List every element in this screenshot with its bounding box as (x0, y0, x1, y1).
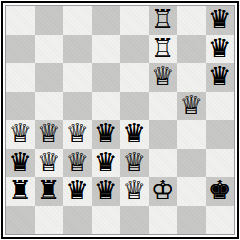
square-e3[interactable]: ♕ (120, 149, 149, 178)
chessboard-window: ♖♛♖♛♕♛♕♕♕♕♛♛♛♕♕♛♕♜♜♛♛♕♔♚ (0, 0, 240, 240)
square-b2[interactable]: ♜ (35, 177, 64, 206)
square-f4[interactable] (149, 120, 178, 149)
white-queen[interactable]: ♕ (66, 120, 89, 146)
white-king[interactable]: ♔ (151, 177, 174, 203)
black-rook[interactable]: ♜ (37, 177, 60, 203)
square-c2[interactable]: ♛ (63, 177, 92, 206)
square-h1[interactable] (206, 206, 235, 235)
square-d5[interactable] (92, 92, 121, 121)
square-h4[interactable] (206, 120, 235, 149)
square-d1[interactable] (92, 206, 121, 235)
square-a6[interactable] (6, 63, 35, 92)
square-h2[interactable]: ♚ (206, 177, 235, 206)
square-h6[interactable]: ♛ (206, 63, 235, 92)
square-a5[interactable] (6, 92, 35, 121)
square-e4[interactable]: ♛ (120, 120, 149, 149)
square-b1[interactable] (35, 206, 64, 235)
black-queen[interactable]: ♛ (9, 149, 32, 175)
black-queen[interactable]: ♛ (208, 35, 231, 61)
board-border: ♖♛♖♛♕♛♕♕♕♕♛♛♛♕♕♛♕♜♜♛♛♕♔♚ (5, 5, 235, 235)
square-a8[interactable] (6, 6, 35, 35)
square-e2[interactable]: ♕ (120, 177, 149, 206)
square-g8[interactable] (177, 6, 206, 35)
white-queen[interactable]: ♕ (66, 149, 89, 175)
square-f8[interactable]: ♖ (149, 6, 178, 35)
square-g4[interactable] (177, 120, 206, 149)
square-g6[interactable] (177, 63, 206, 92)
square-f1[interactable] (149, 206, 178, 235)
white-queen[interactable]: ♕ (123, 149, 146, 175)
square-b5[interactable] (35, 92, 64, 121)
square-g5[interactable]: ♕ (177, 92, 206, 121)
square-b8[interactable] (35, 6, 64, 35)
black-queen[interactable]: ♛ (123, 120, 146, 146)
white-queen[interactable]: ♕ (151, 63, 174, 89)
square-c8[interactable] (63, 6, 92, 35)
square-f3[interactable] (149, 149, 178, 178)
square-e5[interactable] (120, 92, 149, 121)
square-a7[interactable] (6, 35, 35, 64)
square-d7[interactable] (92, 35, 121, 64)
square-a2[interactable]: ♜ (6, 177, 35, 206)
white-queen[interactable]: ♕ (37, 120, 60, 146)
square-e7[interactable] (120, 35, 149, 64)
black-queen[interactable]: ♛ (208, 6, 231, 32)
square-a3[interactable]: ♛ (6, 149, 35, 178)
white-queen[interactable]: ♕ (9, 120, 32, 146)
square-f7[interactable]: ♖ (149, 35, 178, 64)
square-h3[interactable] (206, 149, 235, 178)
black-queen[interactable]: ♛ (94, 149, 117, 175)
square-a4[interactable]: ♕ (6, 120, 35, 149)
square-b7[interactable] (35, 35, 64, 64)
square-d8[interactable] (92, 6, 121, 35)
black-queen[interactable]: ♛ (94, 120, 117, 146)
square-e6[interactable] (120, 63, 149, 92)
black-queen[interactable]: ♛ (66, 177, 89, 203)
square-c3[interactable]: ♕ (63, 149, 92, 178)
white-queen[interactable]: ♕ (123, 177, 146, 203)
square-h8[interactable]: ♛ (206, 6, 235, 35)
square-f6[interactable]: ♕ (149, 63, 178, 92)
square-c7[interactable] (63, 35, 92, 64)
square-d4[interactable]: ♛ (92, 120, 121, 149)
chess-board: ♖♛♖♛♕♛♕♕♕♕♛♛♛♕♕♛♕♜♜♛♛♕♔♚ (6, 6, 234, 234)
square-a1[interactable] (6, 206, 35, 235)
square-g2[interactable] (177, 177, 206, 206)
square-d3[interactable]: ♛ (92, 149, 121, 178)
square-h7[interactable]: ♛ (206, 35, 235, 64)
square-b3[interactable]: ♕ (35, 149, 64, 178)
square-d2[interactable]: ♛ (92, 177, 121, 206)
black-rook[interactable]: ♜ (9, 177, 32, 203)
square-b6[interactable] (35, 63, 64, 92)
square-g3[interactable] (177, 149, 206, 178)
black-queen[interactable]: ♛ (94, 177, 117, 203)
square-c1[interactable] (63, 206, 92, 235)
black-king[interactable]: ♚ (208, 177, 231, 203)
square-c4[interactable]: ♕ (63, 120, 92, 149)
black-queen[interactable]: ♛ (208, 63, 231, 89)
square-c6[interactable] (63, 63, 92, 92)
white-queen[interactable]: ♕ (37, 149, 60, 175)
square-e1[interactable] (120, 206, 149, 235)
square-c5[interactable] (63, 92, 92, 121)
square-f2[interactable]: ♔ (149, 177, 178, 206)
square-g7[interactable] (177, 35, 206, 64)
square-h5[interactable] (206, 92, 235, 121)
white-rook[interactable]: ♖ (151, 6, 174, 32)
square-f5[interactable] (149, 92, 178, 121)
white-queen[interactable]: ♕ (180, 92, 203, 118)
white-rook[interactable]: ♖ (151, 35, 174, 61)
square-b4[interactable]: ♕ (35, 120, 64, 149)
square-d6[interactable] (92, 63, 121, 92)
square-e8[interactable] (120, 6, 149, 35)
square-g1[interactable] (177, 206, 206, 235)
